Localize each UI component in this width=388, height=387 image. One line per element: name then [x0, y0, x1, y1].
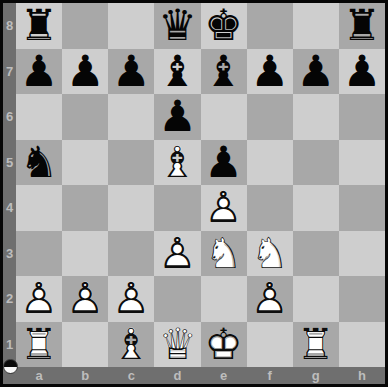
piece-outline: ♙	[108, 276, 154, 322]
black-pawn-icon[interactable]: ♟	[339, 49, 385, 95]
square-g3[interactable]	[293, 231, 339, 277]
square-c6[interactable]	[108, 94, 154, 140]
rank-label-6: 6	[3, 94, 16, 140]
square-g1[interactable]: ♜♖	[293, 322, 339, 368]
square-f7[interactable]: ♟	[247, 49, 293, 95]
piece-fill: ♜	[16, 3, 62, 49]
white-pawn-icon[interactable]: ♟♙	[201, 185, 247, 231]
side-to-move-indicator[interactable]	[3, 359, 18, 374]
black-rook-icon[interactable]: ♜	[16, 3, 62, 49]
square-b4[interactable]	[62, 185, 108, 231]
square-e6[interactable]	[201, 94, 247, 140]
square-d8[interactable]: ♛	[154, 3, 200, 49]
square-g7[interactable]: ♟	[293, 49, 339, 95]
file-label-f: f	[247, 367, 293, 384]
square-f5[interactable]	[247, 140, 293, 186]
white-pawn-icon[interactable]: ♟♙	[108, 276, 154, 322]
square-f8[interactable]	[247, 3, 293, 49]
file-label-e: e	[201, 367, 247, 384]
square-e7[interactable]: ♝	[201, 49, 247, 95]
square-h6[interactable]	[339, 94, 385, 140]
square-b2[interactable]: ♟♙	[62, 276, 108, 322]
file-label-d: d	[154, 367, 200, 384]
piece-outline: ♕	[154, 322, 200, 368]
square-d4[interactable]	[154, 185, 200, 231]
piece-outline: ♔	[201, 322, 247, 368]
square-h8[interactable]: ♜	[339, 3, 385, 49]
square-d6[interactable]: ♟	[154, 94, 200, 140]
board-frame: 8♜♛♚♜7♟♟♟♝♝♟♟♟6♟5♞♝♗♟4♟♙3♟♙♞♘♞♘2♟♙♟♙♟♙♟♙…	[0, 0, 388, 387]
square-a6[interactable]	[16, 94, 62, 140]
piece-outline: ♙	[247, 276, 293, 322]
black-bishop-icon[interactable]: ♝	[201, 49, 247, 95]
black-pawn-icon[interactable]: ♟	[247, 49, 293, 95]
piece-fill: ♝	[201, 49, 247, 95]
piece-outline: ♗	[154, 140, 200, 186]
black-rook-icon[interactable]: ♜	[339, 3, 385, 49]
square-a8[interactable]: ♜	[16, 3, 62, 49]
file-label-g: g	[293, 367, 339, 384]
piece-outline: ♖	[293, 322, 339, 368]
square-e2[interactable]	[201, 276, 247, 322]
square-b3[interactable]	[62, 231, 108, 277]
square-e8[interactable]: ♚	[201, 3, 247, 49]
piece-outline: ♖	[16, 322, 62, 368]
white-pawn-icon[interactable]: ♟♙	[247, 276, 293, 322]
piece-fill: ♛	[154, 3, 200, 49]
rank-label-4: 4	[3, 185, 16, 231]
piece-fill: ♟	[154, 94, 200, 140]
white-knight-icon[interactable]: ♞♘	[201, 231, 247, 277]
white-pawn-icon[interactable]: ♟♙	[16, 276, 62, 322]
piece-outline: ♙	[62, 276, 108, 322]
piece-outline: ♘	[201, 231, 247, 277]
square-h2[interactable]	[339, 276, 385, 322]
square-a7[interactable]: ♟	[16, 49, 62, 95]
square-h4[interactable]	[339, 185, 385, 231]
white-pawn-icon[interactable]: ♟♙	[62, 276, 108, 322]
white-bishop-icon[interactable]: ♝♗	[154, 140, 200, 186]
square-f4[interactable]	[247, 185, 293, 231]
square-b6[interactable]	[62, 94, 108, 140]
square-b5[interactable]	[62, 140, 108, 186]
white-knight-icon[interactable]: ♞♘	[247, 231, 293, 277]
square-h5[interactable]	[339, 140, 385, 186]
black-pawn-icon[interactable]: ♟	[108, 49, 154, 95]
black-queen-icon[interactable]: ♛	[154, 3, 200, 49]
square-g5[interactable]	[293, 140, 339, 186]
piece-fill: ♞	[16, 140, 62, 186]
black-pawn-icon[interactable]: ♟	[16, 49, 62, 95]
square-h3[interactable]	[339, 231, 385, 277]
white-rook-icon[interactable]: ♜♖	[16, 322, 62, 368]
black-pawn-icon[interactable]: ♟	[293, 49, 339, 95]
white-pawn-icon[interactable]: ♟♙	[154, 231, 200, 277]
square-c2[interactable]: ♟♙	[108, 276, 154, 322]
square-a5[interactable]: ♞	[16, 140, 62, 186]
square-c4[interactable]	[108, 185, 154, 231]
file-label-h: h	[339, 367, 385, 384]
piece-outline: ♘	[247, 231, 293, 277]
square-a2[interactable]: ♟♙	[16, 276, 62, 322]
white-queen-icon[interactable]: ♛♕	[154, 322, 200, 368]
black-knight-icon[interactable]: ♞	[16, 140, 62, 186]
square-c5[interactable]	[108, 140, 154, 186]
square-g2[interactable]	[293, 276, 339, 322]
square-d2[interactable]	[154, 276, 200, 322]
square-g8[interactable]	[293, 3, 339, 49]
rank-label-8: 8	[3, 3, 16, 49]
square-g4[interactable]	[293, 185, 339, 231]
square-e5[interactable]: ♟	[201, 140, 247, 186]
square-b1[interactable]	[62, 322, 108, 368]
file-label-b: b	[62, 367, 108, 384]
square-d1[interactable]: ♛♕	[154, 322, 200, 368]
white-king-icon[interactable]: ♚♔	[201, 322, 247, 368]
square-c3[interactable]	[108, 231, 154, 277]
piece-outline: ♗	[108, 322, 154, 368]
piece-fill: ♜	[339, 3, 385, 49]
square-a3[interactable]	[16, 231, 62, 277]
square-b7[interactable]: ♟	[62, 49, 108, 95]
chess-board: 8♜♛♚♜7♟♟♟♝♝♟♟♟6♟5♞♝♗♟4♟♙3♟♙♞♘♞♘2♟♙♟♙♟♙♟♙…	[3, 3, 385, 384]
square-a1[interactable]: ♜♖	[16, 322, 62, 368]
piece-outline: ♙	[154, 231, 200, 277]
square-c7[interactable]: ♟	[108, 49, 154, 95]
black-king-icon[interactable]: ♚	[201, 3, 247, 49]
black-bishop-icon[interactable]: ♝	[154, 49, 200, 95]
square-h7[interactable]: ♟	[339, 49, 385, 95]
square-d7[interactable]: ♝	[154, 49, 200, 95]
piece-fill: ♟	[339, 49, 385, 95]
piece-fill: ♝	[154, 49, 200, 95]
black-pawn-icon[interactable]: ♟	[154, 94, 200, 140]
rank-label-3: 3	[3, 231, 16, 277]
file-label-c: c	[108, 367, 154, 384]
square-d5[interactable]: ♝♗	[154, 140, 200, 186]
square-h1[interactable]	[339, 322, 385, 368]
piece-fill: ♚	[201, 3, 247, 49]
piece-fill: ♟	[16, 49, 62, 95]
piece-fill: ♟	[201, 140, 247, 186]
white-bishop-icon[interactable]: ♝♗	[108, 322, 154, 368]
square-e4[interactable]: ♟♙	[201, 185, 247, 231]
rank-label-7: 7	[3, 49, 16, 95]
square-f2[interactable]: ♟♙	[247, 276, 293, 322]
file-label-a: a	[16, 367, 62, 384]
square-c1[interactable]: ♝♗	[108, 322, 154, 368]
piece-fill: ♟	[62, 49, 108, 95]
chess-app-window: 8♜♛♚♜7♟♟♟♝♝♟♟♟6♟5♞♝♗♟4♟♙3♟♙♞♘♞♘2♟♙♟♙♟♙♟♙…	[0, 0, 388, 387]
square-c8[interactable]	[108, 3, 154, 49]
square-f6[interactable]	[247, 94, 293, 140]
square-f3[interactable]: ♞♘	[247, 231, 293, 277]
rank-label-5: 5	[3, 140, 16, 186]
piece-outline: ♙	[201, 185, 247, 231]
black-pawn-icon[interactable]: ♟	[201, 140, 247, 186]
piece-outline: ♙	[16, 276, 62, 322]
square-e3[interactable]: ♞♘	[201, 231, 247, 277]
white-rook-icon[interactable]: ♜♖	[293, 322, 339, 368]
piece-fill: ♟	[108, 49, 154, 95]
square-g6[interactable]	[293, 94, 339, 140]
square-f1[interactable]	[247, 322, 293, 368]
black-pawn-icon[interactable]: ♟	[62, 49, 108, 95]
square-e1[interactable]: ♚♔	[201, 322, 247, 368]
square-d3[interactable]: ♟♙	[154, 231, 200, 277]
square-a4[interactable]	[16, 185, 62, 231]
rank-label-2: 2	[3, 276, 16, 322]
square-b8[interactable]	[62, 3, 108, 49]
piece-fill: ♟	[247, 49, 293, 95]
piece-fill: ♟	[293, 49, 339, 95]
